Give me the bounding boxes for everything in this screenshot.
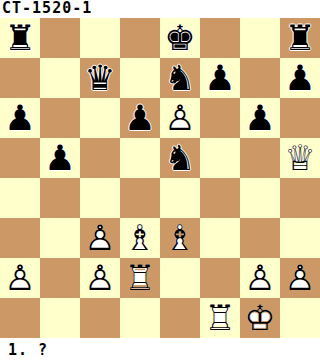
square-e6[interactable]: ♟♙ — [160, 98, 200, 138]
square-c6[interactable] — [80, 98, 120, 138]
white-pawn-piece[interactable]: ♟♙ — [160, 98, 200, 138]
square-g1[interactable]: ♚♔ — [240, 298, 280, 338]
square-a4[interactable] — [0, 178, 40, 218]
square-f6[interactable] — [200, 98, 240, 138]
square-a6[interactable]: ♟ — [0, 98, 40, 138]
move-prompt: 1. ? — [0, 338, 320, 360]
square-a8[interactable]: ♜ — [0, 18, 40, 58]
white-pawn-piece-outline: ♙ — [0, 258, 40, 298]
square-d3[interactable]: ♝♗ — [120, 218, 160, 258]
square-e5[interactable]: ♞ — [160, 138, 200, 178]
square-d1[interactable] — [120, 298, 160, 338]
black-knight-piece[interactable]: ♞ — [160, 138, 200, 178]
square-e4[interactable] — [160, 178, 200, 218]
square-f3[interactable] — [200, 218, 240, 258]
square-g6[interactable]: ♟ — [240, 98, 280, 138]
square-a1[interactable] — [0, 298, 40, 338]
white-pawn-piece-outline: ♙ — [280, 258, 320, 298]
white-bishop-piece[interactable]: ♝♗ — [160, 218, 200, 258]
white-queen-piece[interactable]: ♛♕ — [280, 138, 320, 178]
diagram-title: CT-1520-1 — [0, 0, 320, 18]
square-e7[interactable]: ♞ — [160, 58, 200, 98]
square-h5[interactable]: ♛♕ — [280, 138, 320, 178]
square-f1[interactable]: ♜♖ — [200, 298, 240, 338]
black-pawn-piece[interactable]: ♟ — [120, 98, 160, 138]
white-pawn-piece[interactable]: ♟♙ — [280, 258, 320, 298]
square-d5[interactable] — [120, 138, 160, 178]
black-pawn-piece[interactable]: ♟ — [200, 58, 240, 98]
square-b2[interactable] — [40, 258, 80, 298]
square-h4[interactable] — [280, 178, 320, 218]
square-e8[interactable]: ♚ — [160, 18, 200, 58]
white-king-piece-outline: ♔ — [240, 298, 280, 338]
black-pawn-piece[interactable]: ♟ — [0, 98, 40, 138]
white-pawn-piece[interactable]: ♟♙ — [80, 218, 120, 258]
white-rook-piece[interactable]: ♜♖ — [200, 298, 240, 338]
square-d7[interactable] — [120, 58, 160, 98]
white-king-piece[interactable]: ♚♔ — [240, 298, 280, 338]
black-pawn-piece[interactable]: ♟ — [280, 58, 320, 98]
square-f5[interactable] — [200, 138, 240, 178]
square-d6[interactable]: ♟ — [120, 98, 160, 138]
white-pawn-piece-outline: ♙ — [240, 258, 280, 298]
square-a5[interactable] — [0, 138, 40, 178]
square-e1[interactable] — [160, 298, 200, 338]
square-h7[interactable]: ♟ — [280, 58, 320, 98]
square-g8[interactable] — [240, 18, 280, 58]
square-c1[interactable] — [80, 298, 120, 338]
square-f7[interactable]: ♟ — [200, 58, 240, 98]
white-pawn-piece[interactable]: ♟♙ — [0, 258, 40, 298]
white-bishop-piece[interactable]: ♝♗ — [120, 218, 160, 258]
square-c3[interactable]: ♟♙ — [80, 218, 120, 258]
white-pawn-piece[interactable]: ♟♙ — [80, 258, 120, 298]
square-c4[interactable] — [80, 178, 120, 218]
square-b7[interactable] — [40, 58, 80, 98]
square-g4[interactable] — [240, 178, 280, 218]
square-h1[interactable] — [280, 298, 320, 338]
black-pawn-piece[interactable]: ♟ — [240, 98, 280, 138]
square-b8[interactable] — [40, 18, 80, 58]
square-b6[interactable] — [40, 98, 80, 138]
square-f2[interactable] — [200, 258, 240, 298]
square-g2[interactable]: ♟♙ — [240, 258, 280, 298]
white-bishop-piece-outline: ♗ — [160, 218, 200, 258]
square-f4[interactable] — [200, 178, 240, 218]
square-d2[interactable]: ♜♖ — [120, 258, 160, 298]
white-pawn-piece-outline: ♙ — [80, 218, 120, 258]
square-f8[interactable] — [200, 18, 240, 58]
white-rook-piece-outline: ♖ — [120, 258, 160, 298]
square-b3[interactable] — [40, 218, 80, 258]
square-c7[interactable]: ♛ — [80, 58, 120, 98]
white-queen-piece-outline: ♕ — [280, 138, 320, 178]
square-a3[interactable] — [0, 218, 40, 258]
white-pawn-piece[interactable]: ♟♙ — [240, 258, 280, 298]
square-c5[interactable] — [80, 138, 120, 178]
square-c8[interactable] — [80, 18, 120, 58]
black-rook-piece[interactable]: ♜ — [280, 18, 320, 58]
chess-diagram-page: CT-1520-1 ♜♚♜♛♞♟♟♟♟♟♙♟♟♞♛♕♟♙♝♗♝♗♟♙♟♙♜♖♟♙… — [0, 0, 320, 360]
black-pawn-piece[interactable]: ♟ — [40, 138, 80, 178]
black-king-piece[interactable]: ♚ — [160, 18, 200, 58]
white-rook-piece-outline: ♖ — [200, 298, 240, 338]
black-queen-piece[interactable]: ♛ — [80, 58, 120, 98]
white-pawn-piece-outline: ♙ — [80, 258, 120, 298]
square-b1[interactable] — [40, 298, 80, 338]
square-h6[interactable] — [280, 98, 320, 138]
white-rook-piece[interactable]: ♜♖ — [120, 258, 160, 298]
chess-board: ♜♚♜♛♞♟♟♟♟♟♙♟♟♞♛♕♟♙♝♗♝♗♟♙♟♙♜♖♟♙♟♙♜♖♚♔ — [0, 18, 320, 338]
square-e2[interactable] — [160, 258, 200, 298]
square-a2[interactable]: ♟♙ — [0, 258, 40, 298]
white-pawn-piece-outline: ♙ — [160, 98, 200, 138]
square-c2[interactable]: ♟♙ — [80, 258, 120, 298]
square-h8[interactable]: ♜ — [280, 18, 320, 58]
square-g7[interactable] — [240, 58, 280, 98]
square-d4[interactable] — [120, 178, 160, 218]
square-g3[interactable] — [240, 218, 280, 258]
square-g5[interactable] — [240, 138, 280, 178]
square-h3[interactable] — [280, 218, 320, 258]
square-d8[interactable] — [120, 18, 160, 58]
square-b5[interactable]: ♟ — [40, 138, 80, 178]
white-bishop-piece-outline: ♗ — [120, 218, 160, 258]
square-a7[interactable] — [0, 58, 40, 98]
square-h2[interactable]: ♟♙ — [280, 258, 320, 298]
black-knight-piece[interactable]: ♞ — [160, 58, 200, 98]
square-e3[interactable]: ♝♗ — [160, 218, 200, 258]
black-rook-piece[interactable]: ♜ — [0, 18, 40, 58]
square-b4[interactable] — [40, 178, 80, 218]
